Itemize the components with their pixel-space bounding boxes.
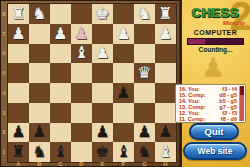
rank-labels: 87654321	[0, 4, 8, 162]
square-b7[interactable]	[29, 24, 50, 44]
black-bishop[interactable]: ♝	[53, 144, 67, 160]
white-bishop[interactable]: ♝	[74, 45, 88, 61]
move-row: 11. Comp:f8 - d6	[176, 116, 245, 122]
square-b8[interactable]: ♞	[29, 4, 50, 24]
square-f6[interactable]	[113, 44, 134, 64]
white-king[interactable]: ♚	[95, 6, 109, 22]
rank-label-3: 3	[0, 103, 8, 123]
square-g2[interactable]: ♟	[134, 123, 155, 143]
square-h7[interactable]: ♟	[155, 24, 176, 44]
brand-subtitle: Miniclip	[223, 20, 245, 26]
square-b1[interactable]: ♞	[29, 142, 50, 162]
square-h2[interactable]: ♟	[155, 123, 176, 143]
square-h5[interactable]	[155, 63, 176, 83]
board-grid[interactable]: ♜♞♚♞♜♟♟♟♟♟♝♟♛♟♟♟♟♟♟♜♞♝♚♝♞♝	[8, 4, 176, 162]
square-e5[interactable]	[92, 63, 113, 83]
square-c6[interactable]	[50, 44, 71, 64]
square-g4[interactable]	[134, 83, 155, 103]
progress-fill	[188, 39, 205, 44]
square-g5[interactable]: ♛	[134, 63, 155, 83]
square-d6[interactable]: ♝	[71, 44, 92, 64]
white-knight[interactable]: ♞	[32, 6, 46, 22]
file-label-e: E	[92, 161, 113, 167]
square-a4[interactable]	[8, 83, 29, 103]
square-e4[interactable]	[92, 83, 113, 103]
square-c3[interactable]	[50, 103, 71, 123]
white-pawn[interactable]: ♟	[158, 26, 172, 42]
game-title: CHESS	[181, 5, 250, 20]
square-d3[interactable]	[71, 103, 92, 123]
square-a2[interactable]: ♟	[8, 123, 29, 143]
square-b6[interactable]	[29, 44, 50, 64]
file-label-b: B	[29, 161, 50, 167]
move-list-scrollbar[interactable]	[239, 86, 244, 121]
square-h3[interactable]	[155, 103, 176, 123]
white-pawn[interactable]: ♟	[11, 26, 25, 42]
square-c8[interactable]	[50, 4, 71, 24]
move-rows: 16. You:f3 - f415. Comp:d8 - g514. You:b…	[176, 86, 245, 123]
rank-label-8: 8	[0, 4, 8, 24]
square-f7[interactable]: ♟	[113, 24, 134, 44]
square-e6[interactable]: ♟	[92, 44, 113, 64]
square-f3[interactable]	[113, 103, 134, 123]
pawn-watermark-icon: ♟	[201, 52, 225, 83]
square-e8[interactable]: ♚	[92, 4, 113, 24]
side-panel: 2 CHESS Miniclip COMPUTER Counting... ♟ …	[181, 0, 250, 167]
white-rook[interactable]: ♜	[158, 6, 172, 22]
thinking-progress-bar	[187, 38, 244, 45]
white-pawn[interactable]: ♟	[74, 26, 88, 42]
black-pawn[interactable]: ♟	[95, 124, 109, 140]
move-history-list[interactable]: 16. You:f3 - f415. Comp:d8 - g514. You:b…	[175, 84, 246, 123]
file-labels: ABCDEFGH	[8, 161, 176, 167]
square-g7[interactable]	[134, 24, 155, 44]
computer-label: COMPUTER	[181, 29, 250, 36]
square-d7[interactable]: ♟	[71, 24, 92, 44]
square-f4[interactable]: ♟	[113, 83, 134, 103]
square-d8[interactable]	[71, 4, 92, 24]
square-h4[interactable]	[155, 83, 176, 103]
square-f5[interactable]	[113, 63, 134, 83]
square-g1[interactable]: ♞	[134, 142, 155, 162]
square-c2[interactable]	[50, 123, 71, 143]
square-d5[interactable]	[71, 63, 92, 83]
rank-label-7: 7	[0, 24, 8, 44]
file-label-h: H	[155, 161, 176, 167]
square-e3[interactable]	[92, 103, 113, 123]
rank-label-6: 6	[0, 44, 8, 64]
black-bishop[interactable]: ♝	[116, 144, 130, 160]
square-c1[interactable]: ♝	[50, 142, 71, 162]
move-number-player: 11. Comp:	[179, 116, 205, 122]
square-h6[interactable]	[155, 44, 176, 64]
website-button[interactable]: Web site	[183, 142, 247, 160]
white-bishop[interactable]: ♝	[158, 144, 172, 160]
file-label-a: A	[8, 161, 29, 167]
rank-label-2: 2	[0, 123, 8, 143]
square-c7[interactable]: ♟	[50, 24, 71, 44]
square-g3[interactable]	[134, 103, 155, 123]
square-e2[interactable]: ♟	[92, 123, 113, 143]
square-b3[interactable]	[29, 103, 50, 123]
square-b4[interactable]	[29, 83, 50, 103]
black-pawn[interactable]: ♟	[137, 124, 151, 140]
black-king[interactable]: ♚	[95, 144, 109, 160]
square-a1[interactable]: ♜	[8, 142, 29, 162]
chess-app-window: 87654321 ♜♞♚♞♜♟♟♟♟♟♝♟♛♟♟♟♟♟♟♜♞♝♚♝♞♝ ABCD…	[0, 0, 250, 167]
rank-label-5: 5	[0, 63, 8, 83]
square-c5[interactable]	[50, 63, 71, 83]
rank-label-1: 1	[0, 142, 8, 162]
square-h8[interactable]: ♜	[155, 4, 176, 24]
board-frame: 87654321 ♜♞♚♞♜♟♟♟♟♟♝♟♛♟♟♟♟♟♟♜♞♝♚♝♞♝ ABCD…	[0, 0, 181, 167]
square-f8[interactable]	[113, 4, 134, 24]
scrollbar-thumb[interactable]	[240, 86, 244, 95]
white-rook[interactable]: ♜	[11, 6, 25, 22]
white-pawn[interactable]: ♟	[95, 45, 109, 61]
file-label-c: C	[50, 161, 71, 167]
black-pawn[interactable]: ♟	[158, 124, 172, 140]
square-a7[interactable]: ♟	[8, 24, 29, 44]
square-b5[interactable]	[29, 63, 50, 83]
black-knight[interactable]: ♞	[137, 144, 151, 160]
file-label-f: F	[113, 161, 134, 167]
white-knight[interactable]: ♞	[137, 6, 151, 22]
move-text: f8 - d6	[221, 116, 237, 122]
square-g8[interactable]: ♞	[134, 4, 155, 24]
square-g6[interactable]	[134, 44, 155, 64]
square-a5[interactable]	[8, 63, 29, 83]
square-f2[interactable]	[113, 123, 134, 143]
square-f1[interactable]: ♝	[113, 142, 134, 162]
square-e1[interactable]: ♚	[92, 142, 113, 162]
rank-label-4: 4	[0, 83, 8, 103]
square-b2[interactable]: ♟	[29, 123, 50, 143]
square-d1[interactable]	[71, 142, 92, 162]
white-queen[interactable]: ♛	[137, 65, 151, 81]
white-pawn[interactable]: ♟	[116, 26, 130, 42]
black-knight[interactable]: ♞	[32, 144, 46, 160]
white-pawn[interactable]: ♟	[53, 26, 67, 42]
file-label-g: G	[134, 161, 155, 167]
black-pawn[interactable]: ♟	[11, 124, 25, 140]
square-a6[interactable]	[8, 44, 29, 64]
black-pawn[interactable]: ♟	[116, 85, 130, 101]
square-a8[interactable]: ♜	[8, 4, 29, 24]
square-a3[interactable]	[8, 103, 29, 123]
square-d4[interactable]	[71, 83, 92, 103]
file-label-d: D	[71, 161, 92, 167]
square-c4[interactable]	[50, 83, 71, 103]
square-h1[interactable]: ♝	[155, 142, 176, 162]
square-d2[interactable]	[71, 123, 92, 143]
square-e7[interactable]	[92, 24, 113, 44]
quit-button[interactable]: Quit	[189, 123, 239, 140]
black-rook[interactable]: ♜	[11, 144, 25, 160]
black-pawn[interactable]: ♟	[32, 124, 46, 140]
